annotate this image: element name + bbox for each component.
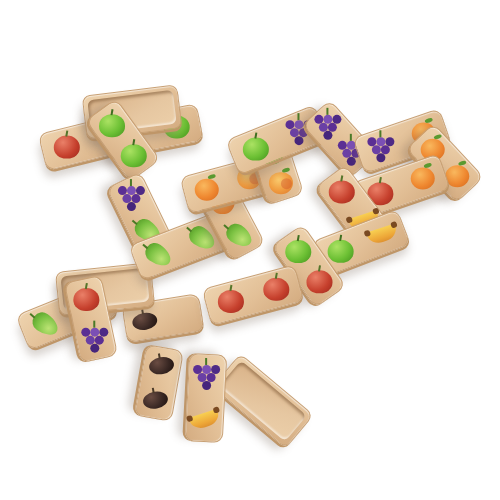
fruit-wrap [376, 135, 385, 162]
fruit-wrap [410, 168, 434, 190]
pear-icon [223, 220, 256, 251]
orange-icon [410, 168, 434, 190]
fruit-wrap [294, 118, 303, 145]
green-apple-icon [121, 143, 147, 166]
tile-half [248, 265, 303, 312]
grapes-icon [324, 114, 333, 123]
tile-half [73, 315, 117, 362]
fruit-wrap [217, 290, 243, 313]
fruit-wrap [329, 180, 355, 203]
fruit-wrap [203, 363, 212, 390]
grapes-icon [91, 327, 100, 336]
pear-icon [142, 239, 175, 270]
orange-icon [445, 165, 469, 187]
plum-icon [142, 390, 170, 411]
fruit-wrap [324, 112, 333, 139]
fruit-wrap [242, 137, 268, 160]
fruit-wrap [263, 277, 289, 300]
tile-back-recess [219, 360, 307, 441]
tile-red-apple-red-apple[interactable] [202, 264, 305, 326]
tile-plum-plum[interactable] [134, 344, 184, 422]
fruit-wrap [132, 312, 157, 329]
green-apple-icon [242, 137, 268, 160]
fruit-wrap [74, 288, 100, 311]
green-apple-icon [285, 239, 311, 262]
fruit-wrap [190, 412, 220, 426]
tile-half [186, 397, 224, 442]
tile-half [160, 294, 203, 336]
orange-icon [195, 179, 219, 201]
banana-icon [366, 224, 399, 247]
fruit-wrap [121, 143, 147, 166]
fruit-wrap [181, 315, 182, 316]
fruit-wrap [149, 241, 168, 268]
tile-grapes-banana[interactable] [185, 353, 228, 443]
fruit-wrap [285, 239, 311, 262]
fruit-wrap [445, 165, 469, 187]
blank-half [181, 315, 182, 316]
pear-icon [29, 308, 62, 339]
fruit-wrap [91, 325, 100, 352]
red-apple-icon [307, 270, 333, 293]
grapes-icon [376, 137, 385, 146]
fruit-wrap [269, 172, 293, 194]
fruit-wrap [230, 222, 249, 249]
table-surface [0, 0, 500, 500]
plum-icon [130, 310, 158, 331]
red-apple-icon [263, 277, 289, 300]
fruit-wrap [192, 224, 211, 251]
fruit-wrap [367, 228, 397, 242]
green-apple-icon [99, 114, 125, 137]
fruit-wrap [195, 179, 219, 201]
fruit-wrap [36, 310, 55, 337]
fruit-wrap [307, 270, 333, 293]
grapes-icon [294, 120, 303, 129]
fruit-wrap [327, 240, 353, 263]
tile-half [188, 354, 226, 399]
red-apple-icon [74, 288, 100, 311]
tile-half [135, 380, 177, 421]
fruit-wrap [143, 392, 168, 409]
tile-face-down[interactable] [212, 353, 314, 448]
fruit-wrap [150, 357, 175, 374]
red-apple-icon [217, 290, 243, 313]
fruit-wrap [99, 114, 125, 137]
banana-icon [188, 408, 221, 431]
plum-icon [148, 355, 176, 376]
fruit-wrap [127, 184, 136, 211]
red-apple-icon [53, 135, 79, 158]
red-apple-icon [329, 180, 355, 203]
green-apple-icon [327, 240, 353, 263]
grapes-icon [203, 365, 212, 374]
fruit-wrap [53, 135, 79, 158]
grapes-icon [127, 186, 136, 195]
peach-icon [269, 172, 293, 194]
